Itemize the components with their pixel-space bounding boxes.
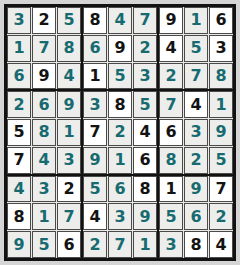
cell-r7c5[interactable]: 6 [108,176,132,203]
cell-r4c2[interactable]: 6 [32,91,56,118]
cell-r8c4[interactable]: 4 [83,203,107,230]
cell-r5c6[interactable]: 4 [133,119,157,146]
cell-r1c8[interactable]: 1 [184,7,208,34]
cell-r3c3[interactable]: 4 [57,63,81,90]
cell-r1c6[interactable]: 7 [133,7,157,34]
cell-r6c2[interactable]: 4 [32,147,56,174]
cell-r9c3[interactable]: 6 [57,231,81,258]
cell-r3c5[interactable]: 5 [108,63,132,90]
cell-r6c8[interactable]: 2 [184,147,208,174]
cell-r2c9[interactable]: 3 [209,35,233,62]
cell-r4c9[interactable]: 1 [209,91,233,118]
cell-r7c2[interactable]: 3 [32,176,56,203]
cell-r7c4[interactable]: 5 [83,176,107,203]
box-2: 847692153 [83,7,157,89]
sudoku-page: 3251786948476921539164532782695817433857… [0,0,240,265]
cell-r8c9[interactable]: 2 [209,203,233,230]
cell-r2c4[interactable]: 6 [83,35,107,62]
cell-r5c7[interactable]: 6 [159,119,183,146]
cell-r6c4[interactable]: 9 [83,147,107,174]
box-1: 325178694 [7,7,81,89]
box-8: 568439271 [83,176,157,258]
box-5: 385724916 [83,91,157,173]
cell-r1c3[interactable]: 5 [57,7,81,34]
cell-r8c1[interactable]: 8 [7,203,31,230]
cell-r9c2[interactable]: 5 [32,231,56,258]
cell-r5c9[interactable]: 9 [209,119,233,146]
cell-r1c1[interactable]: 3 [7,7,31,34]
cell-r9c8[interactable]: 8 [184,231,208,258]
cell-r6c9[interactable]: 5 [209,147,233,174]
cell-r9c9[interactable]: 4 [209,231,233,258]
cell-r3c9[interactable]: 8 [209,63,233,90]
cell-r5c8[interactable]: 3 [184,119,208,146]
cell-r2c1[interactable]: 1 [7,35,31,62]
cell-r3c8[interactable]: 7 [184,63,208,90]
cell-r8c7[interactable]: 5 [159,203,183,230]
cell-r8c3[interactable]: 7 [57,203,81,230]
cell-r5c4[interactable]: 7 [83,119,107,146]
box-6: 741639825 [159,91,233,173]
cell-r1c7[interactable]: 9 [159,7,183,34]
cell-r5c5[interactable]: 2 [108,119,132,146]
cell-r1c5[interactable]: 4 [108,7,132,34]
box-4: 269581743 [7,91,81,173]
cell-r8c5[interactable]: 3 [108,203,132,230]
cell-r4c8[interactable]: 4 [184,91,208,118]
box-7: 432817956 [7,176,81,258]
cell-r5c1[interactable]: 5 [7,119,31,146]
cell-r8c6[interactable]: 9 [133,203,157,230]
cell-r2c5[interactable]: 9 [108,35,132,62]
cell-r2c6[interactable]: 2 [133,35,157,62]
cell-r2c7[interactable]: 4 [159,35,183,62]
cell-r1c4[interactable]: 8 [83,7,107,34]
cell-r3c4[interactable]: 1 [83,63,107,90]
cell-r9c4[interactable]: 2 [83,231,107,258]
cell-r4c7[interactable]: 7 [159,91,183,118]
cell-r8c2[interactable]: 1 [32,203,56,230]
cell-r2c3[interactable]: 8 [57,35,81,62]
cell-r8c8[interactable]: 6 [184,203,208,230]
cell-r4c4[interactable]: 3 [83,91,107,118]
cell-r7c3[interactable]: 2 [57,176,81,203]
cell-r5c2[interactable]: 8 [32,119,56,146]
cell-r6c6[interactable]: 6 [133,147,157,174]
cell-r3c6[interactable]: 3 [133,63,157,90]
cell-r3c2[interactable]: 9 [32,63,56,90]
cell-r2c2[interactable]: 7 [32,35,56,62]
cell-r7c1[interactable]: 4 [7,176,31,203]
sudoku-board: 3251786948476921539164532782695817433857… [4,4,236,261]
cell-r6c7[interactable]: 8 [159,147,183,174]
cell-r1c2[interactable]: 2 [32,7,56,34]
cell-r1c9[interactable]: 6 [209,7,233,34]
cell-r3c7[interactable]: 2 [159,63,183,90]
cell-r4c6[interactable]: 5 [133,91,157,118]
cell-r6c1[interactable]: 7 [7,147,31,174]
cell-r9c7[interactable]: 3 [159,231,183,258]
box-3: 916453278 [159,7,233,89]
cell-r4c1[interactable]: 2 [7,91,31,118]
cell-r2c8[interactable]: 5 [184,35,208,62]
cell-r6c3[interactable]: 3 [57,147,81,174]
box-9: 197562384 [159,176,233,258]
cell-r7c6[interactable]: 8 [133,176,157,203]
cell-r7c8[interactable]: 9 [184,176,208,203]
cell-r4c5[interactable]: 8 [108,91,132,118]
cell-r6c5[interactable]: 1 [108,147,132,174]
cell-r9c6[interactable]: 1 [133,231,157,258]
cell-r3c1[interactable]: 6 [7,63,31,90]
cell-r7c7[interactable]: 1 [159,176,183,203]
cell-r9c5[interactable]: 7 [108,231,132,258]
cell-r7c9[interactable]: 7 [209,176,233,203]
cell-r4c3[interactable]: 9 [57,91,81,118]
cell-r5c3[interactable]: 1 [57,119,81,146]
cell-r9c1[interactable]: 9 [7,231,31,258]
